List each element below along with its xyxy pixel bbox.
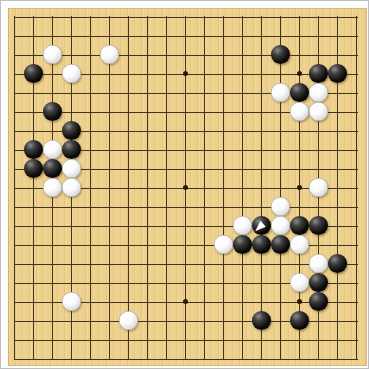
stone-white-R14 bbox=[309, 102, 328, 121]
stone-white-D16 bbox=[62, 64, 81, 83]
stone-black-D12 bbox=[62, 140, 81, 159]
stone-black-O3 bbox=[252, 311, 271, 330]
stone-white-M7 bbox=[214, 235, 233, 254]
stone-white-Q14 bbox=[290, 102, 309, 121]
stone-black-Q3 bbox=[290, 311, 309, 330]
stone-white-P8 bbox=[271, 216, 290, 235]
stone-black-Q15 bbox=[290, 83, 309, 102]
last-move-triangle-marker bbox=[255, 220, 267, 232]
stone-white-N8 bbox=[233, 216, 252, 235]
stone-white-C10 bbox=[43, 178, 62, 197]
stone-black-B12 bbox=[24, 140, 43, 159]
stone-black-R16 bbox=[309, 64, 328, 83]
stone-white-Q5 bbox=[290, 273, 309, 292]
stone-white-C17 bbox=[43, 45, 62, 64]
stone-white-D10 bbox=[62, 178, 81, 197]
stone-black-D13 bbox=[62, 121, 81, 140]
stone-black-B11 bbox=[24, 159, 43, 178]
stone-black-R8 bbox=[309, 216, 328, 235]
stone-black-C14 bbox=[43, 102, 62, 121]
stone-black-B16 bbox=[24, 64, 43, 83]
stone-black-C11 bbox=[43, 159, 62, 178]
stone-white-Q7 bbox=[290, 235, 309, 254]
stones-layer bbox=[5, 7, 366, 368]
stone-white-P15 bbox=[271, 83, 290, 102]
stone-black-O7 bbox=[252, 235, 271, 254]
stone-white-D11 bbox=[62, 159, 81, 178]
stone-black-R5 bbox=[309, 273, 328, 292]
stone-white-C12 bbox=[43, 140, 62, 159]
stone-white-D4 bbox=[62, 292, 81, 311]
stone-white-R10 bbox=[309, 178, 328, 197]
stone-black-Q8 bbox=[290, 216, 309, 235]
stone-black-N7 bbox=[233, 235, 252, 254]
stone-white-G3 bbox=[119, 311, 138, 330]
board-frame bbox=[0, 0, 369, 369]
stone-black-P7 bbox=[271, 235, 290, 254]
stone-black-O8 bbox=[252, 216, 271, 235]
stone-black-S6 bbox=[328, 254, 347, 273]
stone-black-R4 bbox=[309, 292, 328, 311]
stone-white-F17 bbox=[100, 45, 119, 64]
stone-black-P17 bbox=[271, 45, 290, 64]
stone-black-S16 bbox=[328, 64, 347, 83]
stone-white-R6 bbox=[309, 254, 328, 273]
go-board[interactable] bbox=[8, 8, 367, 366]
stone-white-P9 bbox=[271, 197, 290, 216]
stone-white-R15 bbox=[309, 83, 328, 102]
